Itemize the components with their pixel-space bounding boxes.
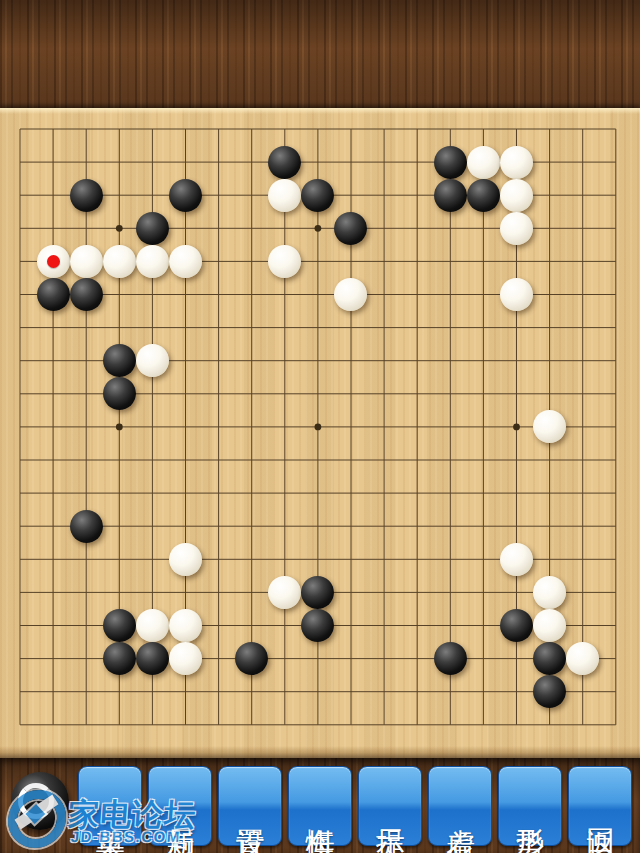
toolbar-button-territory[interactable]: 形势	[498, 766, 562, 846]
white-stone	[169, 609, 202, 642]
black-stone	[334, 212, 367, 245]
toolbar-button-back[interactable]: 返回	[568, 766, 632, 846]
white-stone	[136, 245, 169, 278]
white-stone	[500, 179, 533, 212]
black-stone	[434, 179, 467, 212]
black-stone	[301, 576, 334, 609]
toolbar: 菜单新局设置悔棋提示虚着形势返回 家电论坛 JD-BBS.COM	[0, 758, 640, 853]
black-stone	[103, 609, 136, 642]
white-stone	[169, 642, 202, 675]
white-stone	[467, 146, 500, 179]
white-stone	[268, 576, 301, 609]
turn-indicator-black-stone	[11, 772, 69, 830]
black-stone	[70, 179, 103, 212]
white-stone	[103, 245, 136, 278]
white-stone	[500, 212, 533, 245]
white-stone	[268, 245, 301, 278]
white-stone	[268, 179, 301, 212]
table-wood-top	[0, 0, 640, 108]
black-stone	[533, 642, 566, 675]
toolbar-button-undo[interactable]: 悔棋	[288, 766, 352, 846]
go-app-screen: 菜单新局设置悔棋提示虚着形势返回 家电论坛 JD-BBS.COM	[0, 0, 640, 853]
black-stone	[268, 146, 301, 179]
black-stone	[37, 278, 70, 311]
black-stone	[301, 179, 334, 212]
toolbar-button-pass[interactable]: 虚着	[428, 766, 492, 846]
black-stone	[533, 675, 566, 708]
white-stone	[533, 576, 566, 609]
black-stone	[500, 609, 533, 642]
black-stone	[136, 642, 169, 675]
toolbar-buttons: 菜单新局设置悔棋提示虚着形势返回	[78, 766, 632, 846]
white-stone	[500, 146, 533, 179]
black-stone	[70, 510, 103, 543]
black-stone	[434, 642, 467, 675]
black-stone	[434, 146, 467, 179]
white-stone	[533, 609, 566, 642]
stone-highlight-ring	[18, 783, 54, 819]
white-stone	[37, 245, 70, 278]
white-stone	[169, 245, 202, 278]
black-stone	[103, 642, 136, 675]
black-stone	[169, 179, 202, 212]
white-stone	[136, 344, 169, 377]
black-stone	[103, 377, 136, 410]
black-stone	[70, 278, 103, 311]
go-board[interactable]	[0, 108, 640, 758]
black-stone	[301, 609, 334, 642]
last-move-marker	[47, 255, 60, 268]
toolbar-button-new-game[interactable]: 新局	[148, 766, 212, 846]
white-stone	[334, 278, 367, 311]
white-stone	[533, 410, 566, 443]
board-grid[interactable]	[3, 112, 632, 741]
toolbar-button-menu[interactable]: 菜单	[78, 766, 142, 846]
white-stone	[500, 543, 533, 576]
white-stone	[500, 278, 533, 311]
black-stone	[103, 344, 136, 377]
white-stone	[70, 245, 103, 278]
toolbar-button-hint[interactable]: 提示	[358, 766, 422, 846]
black-stone	[467, 179, 500, 212]
black-stone	[136, 212, 169, 245]
white-stone	[566, 642, 599, 675]
white-stone	[136, 609, 169, 642]
black-stone	[235, 642, 268, 675]
toolbar-button-settings[interactable]: 设置	[218, 766, 282, 846]
white-stone	[169, 543, 202, 576]
